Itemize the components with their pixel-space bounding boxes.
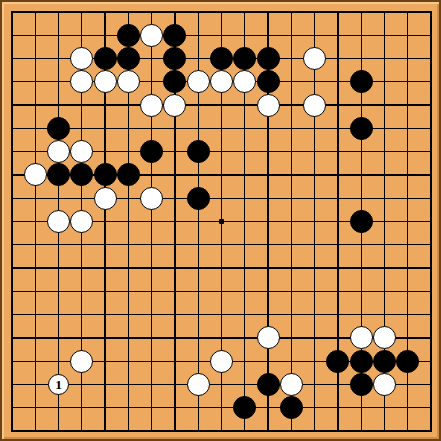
stone-white (187, 373, 210, 396)
stone-white (94, 187, 117, 210)
stone-white (373, 326, 396, 349)
stone-white (70, 140, 93, 163)
stone-black (187, 187, 210, 210)
stone-white (210, 70, 233, 93)
stone-black (117, 24, 140, 47)
stone-black (94, 47, 117, 70)
go-board: 1 (0, 0, 441, 441)
stone-white (303, 47, 326, 70)
stone-white (163, 94, 186, 117)
stone-black (117, 163, 140, 186)
stone-black (396, 350, 419, 373)
stone-white (70, 350, 93, 373)
stone-white (140, 24, 163, 47)
stone-white (47, 140, 70, 163)
stone-black (233, 47, 256, 70)
stone-white (24, 163, 47, 186)
stone-white (233, 70, 256, 93)
stone-white (47, 210, 70, 233)
stone-white (257, 326, 280, 349)
stone-black (233, 396, 256, 419)
stone-white (70, 70, 93, 93)
stone-white (117, 70, 140, 93)
stone-black (257, 70, 280, 93)
stone-white (140, 94, 163, 117)
stone-white (350, 326, 373, 349)
stone-black (326, 350, 349, 373)
stone-black (163, 24, 186, 47)
stone-white (210, 350, 233, 373)
stone-black (47, 117, 70, 140)
stone-black (350, 350, 373, 373)
stone-black (350, 210, 373, 233)
stone-white (257, 94, 280, 117)
stone-white (70, 47, 93, 70)
stone-black (257, 373, 280, 396)
stone-white (187, 70, 210, 93)
stone-white (303, 94, 326, 117)
stone-black (187, 140, 210, 163)
stone-black (117, 47, 140, 70)
stone-white (140, 187, 163, 210)
stone-white (94, 70, 117, 93)
stone-black (350, 117, 373, 140)
stone-white-move-1: 1 (48, 374, 69, 395)
stone-black (350, 373, 373, 396)
stone-black (373, 350, 396, 373)
stone-black (163, 70, 186, 93)
stone-black (47, 163, 70, 186)
stone-white (280, 373, 303, 396)
stone-black (70, 163, 93, 186)
stone-white (70, 210, 93, 233)
stone-black (210, 47, 233, 70)
stone-black (350, 70, 373, 93)
stone-black (140, 140, 163, 163)
stone-black (280, 396, 303, 419)
stone-black (94, 163, 117, 186)
stones-grid: 1 (0, 0, 441, 441)
stone-black (257, 47, 280, 70)
stone-white (373, 373, 396, 396)
stone-black (163, 47, 186, 70)
